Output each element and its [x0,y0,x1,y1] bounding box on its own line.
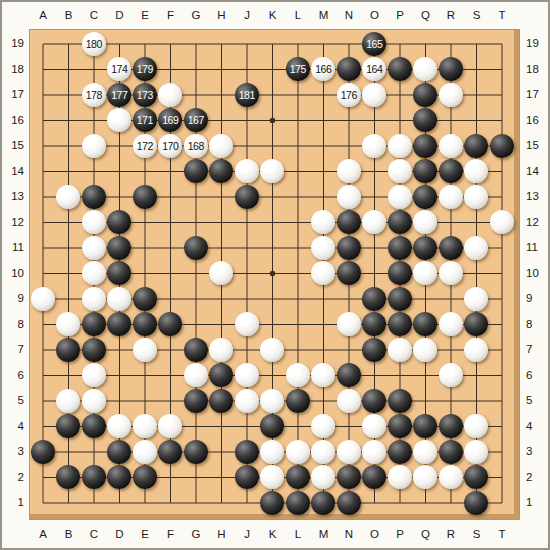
coord-number-left-2: 2 [4,472,24,484]
white-stone-P13 [388,185,412,209]
white-stone-O3 [362,440,386,464]
coord-letter-bottom-O: O [365,529,385,541]
coord-letter-top-F: F [161,10,181,22]
black-stone-H6 [209,363,233,387]
white-stone-M2 [311,465,335,489]
coord-number-right-14: 14 [526,166,546,178]
black-stone-Q13 [413,185,437,209]
white-stone-K14 [260,159,284,183]
go-game-screenshot: 1801651741791751661641781771731811761711… [0,0,550,550]
move-number-174: 174 [111,64,127,75]
white-stone-C17: 178 [82,83,106,107]
white-stone-Q10 [413,261,437,285]
coord-letter-bottom-N: N [339,529,359,541]
black-stone-S2 [464,465,488,489]
white-stone-E3 [133,440,157,464]
coord-number-left-18: 18 [4,64,24,76]
black-stone-B7 [56,338,80,362]
white-stone-O12 [362,210,386,234]
move-number-168: 168 [188,141,204,152]
black-stone-E13 [133,185,157,209]
move-number-167: 167 [188,115,204,126]
coord-letter-top-D: D [110,10,130,22]
white-stone-C19: 180 [82,32,106,56]
white-stone-M10 [311,261,335,285]
coord-letter-bottom-S: S [467,529,487,541]
black-stone-P9 [388,287,412,311]
coord-number-left-4: 4 [4,421,24,433]
white-stone-F17 [158,83,182,107]
move-number-176: 176 [341,90,357,101]
coord-number-right-18: 18 [526,64,546,76]
white-stone-S3 [464,440,488,464]
black-stone-R18 [439,57,463,81]
black-stone-L5 [286,389,310,413]
coord-letter-top-J: J [237,10,257,22]
coord-letter-top-G: G [186,10,206,22]
black-stone-J17: 181 [235,83,259,107]
coord-number-left-6: 6 [4,370,24,382]
white-stone-N8 [337,312,361,336]
white-stone-S4 [464,414,488,438]
black-stone-O5 [362,389,386,413]
coord-number-left-5: 5 [4,395,24,407]
white-stone-Q7 [413,338,437,362]
black-stone-G16: 167 [184,108,208,132]
coord-number-left-8: 8 [4,319,24,331]
white-stone-C5 [82,389,106,413]
white-stone-C11 [82,236,106,260]
coord-letter-top-O: O [365,10,385,22]
coord-letter-bottom-D: D [110,529,130,541]
white-stone-M3 [311,440,335,464]
black-stone-L2 [286,465,310,489]
black-stone-N18 [337,57,361,81]
white-stone-D16 [107,108,131,132]
coord-letter-bottom-F: F [161,529,181,541]
white-stone-G6 [184,363,208,387]
black-stone-J13 [235,185,259,209]
move-number-172: 172 [137,141,153,152]
black-stone-K1 [260,491,284,515]
black-stone-N10 [337,261,361,285]
white-stone-J8 [235,312,259,336]
white-stone-J6 [235,363,259,387]
white-stone-H7 [209,338,233,362]
black-stone-L1 [286,491,310,515]
black-stone-M1 [311,491,335,515]
black-stone-J2 [235,465,259,489]
white-stone-F15: 170 [158,134,182,158]
move-number-166: 166 [315,64,331,75]
move-number-171: 171 [137,115,153,126]
black-stone-D3 [107,440,131,464]
coord-letter-top-H: H [212,10,232,22]
coord-number-left-16: 16 [4,115,24,127]
coord-number-right-15: 15 [526,140,546,152]
black-stone-P12 [388,210,412,234]
coord-number-left-19: 19 [4,38,24,50]
black-stone-Q16 [413,108,437,132]
black-stone-T15 [490,134,514,158]
black-stone-R4 [439,414,463,438]
coord-number-left-13: 13 [4,191,24,203]
coord-number-right-5: 5 [526,395,546,407]
move-number-164: 164 [366,64,382,75]
go-board[interactable]: 1801651741791751661641781771731811761711… [29,29,520,520]
black-stone-G14 [184,159,208,183]
move-number-178: 178 [86,90,102,101]
white-stone-L3 [286,440,310,464]
move-number-165: 165 [366,39,382,50]
coord-number-right-11: 11 [526,242,546,254]
white-stone-G15: 168 [184,134,208,158]
coord-letter-bottom-M: M [314,529,334,541]
black-stone-P18 [388,57,412,81]
white-stone-D4 [107,414,131,438]
coord-number-left-17: 17 [4,89,24,101]
white-stone-R10 [439,261,463,285]
black-stone-P8 [388,312,412,336]
coord-number-right-16: 16 [526,115,546,127]
coord-number-right-10: 10 [526,268,546,280]
coord-letter-top-M: M [314,10,334,22]
black-stone-Q4 [413,414,437,438]
white-stone-N17: 176 [337,83,361,107]
coord-letter-bottom-T: T [492,529,512,541]
black-stone-D11 [107,236,131,260]
black-stone-O8 [362,312,386,336]
black-stone-P3 [388,440,412,464]
white-stone-R6 [439,363,463,387]
white-stone-N3 [337,440,361,464]
white-stone-O17 [362,83,386,107]
white-stone-D9 [107,287,131,311]
coord-number-left-1: 1 [4,497,24,509]
white-stone-K5 [260,389,284,413]
coord-letter-top-Q: Q [416,10,436,22]
black-stone-D12 [107,210,131,234]
white-stone-K2 [260,465,284,489]
white-stone-J5 [235,389,259,413]
black-stone-E16: 171 [133,108,157,132]
coord-letter-bottom-G: G [186,529,206,541]
white-stone-R8 [439,312,463,336]
black-stone-F8 [158,312,182,336]
coord-letter-bottom-E: E [135,529,155,541]
white-stone-R17 [439,83,463,107]
coord-number-left-14: 14 [4,166,24,178]
white-stone-N14 [337,159,361,183]
black-stone-D17: 177 [107,83,131,107]
white-stone-P14 [388,159,412,183]
black-stone-J3 [235,440,259,464]
black-stone-S15 [464,134,488,158]
coord-number-left-15: 15 [4,140,24,152]
white-stone-M11 [311,236,335,260]
coord-letter-bottom-P: P [390,529,410,541]
black-stone-B2 [56,465,80,489]
black-stone-O19: 165 [362,32,386,56]
black-stone-Q15 [413,134,437,158]
black-stone-D10 [107,261,131,285]
black-stone-B4 [56,414,80,438]
white-stone-E15: 172 [133,134,157,158]
coord-letter-top-B: B [59,10,79,22]
white-stone-P2 [388,465,412,489]
black-stone-G5 [184,389,208,413]
white-stone-T12 [490,210,514,234]
white-stone-S9 [464,287,488,311]
black-stone-L18: 175 [286,57,310,81]
black-stone-N6 [337,363,361,387]
black-stone-P5 [388,389,412,413]
white-stone-R13 [439,185,463,209]
black-stone-R11 [439,236,463,260]
black-stone-O2 [362,465,386,489]
coord-letter-bottom-Q: Q [416,529,436,541]
black-stone-C13 [82,185,106,209]
black-stone-N2 [337,465,361,489]
move-number-177: 177 [111,90,127,101]
white-stone-S11 [464,236,488,260]
coord-number-right-7: 7 [526,344,546,356]
black-stone-G3 [184,440,208,464]
coord-letter-bottom-H: H [212,529,232,541]
coord-letter-bottom-K: K [263,529,283,541]
white-stone-S7 [464,338,488,362]
white-stone-O18: 164 [362,57,386,81]
white-stone-Q2 [413,465,437,489]
black-stone-N12 [337,210,361,234]
coord-number-left-11: 11 [4,242,24,254]
white-stone-L6 [286,363,310,387]
black-stone-P4 [388,414,412,438]
coord-letter-bottom-J: J [237,529,257,541]
white-stone-H15 [209,134,233,158]
coord-letter-top-T: T [492,10,512,22]
coord-letter-top-K: K [263,10,283,22]
coord-letter-bottom-B: B [59,529,79,541]
white-stone-R15 [439,134,463,158]
white-stone-Q18 [413,57,437,81]
white-stone-N13 [337,185,361,209]
black-stone-A3 [31,440,55,464]
white-stone-Q12 [413,210,437,234]
coord-number-right-4: 4 [526,421,546,433]
white-stone-P15 [388,134,412,158]
white-stone-B8 [56,312,80,336]
coord-letter-top-P: P [390,10,410,22]
coord-letter-top-N: N [339,10,359,22]
black-stone-F3 [158,440,182,464]
white-stone-C15 [82,134,106,158]
coord-letter-bottom-A: A [33,529,53,541]
black-stone-E8 [133,312,157,336]
coord-letter-top-C: C [84,10,104,22]
coord-number-right-13: 13 [526,191,546,203]
coord-number-left-3: 3 [4,446,24,458]
coord-number-right-3: 3 [526,446,546,458]
white-stone-A9 [31,287,55,311]
coord-number-left-12: 12 [4,217,24,229]
coord-number-right-17: 17 [526,89,546,101]
black-stone-E17: 173 [133,83,157,107]
white-stone-M18: 166 [311,57,335,81]
move-number-180: 180 [86,39,102,50]
coord-number-right-12: 12 [526,217,546,229]
white-stone-N5 [337,389,361,413]
coord-letter-top-L: L [288,10,308,22]
stones-layer: 1801651741791751661641781771731811761711… [30,31,515,516]
coord-number-left-9: 9 [4,293,24,305]
coord-letter-top-A: A [33,10,53,22]
black-stone-O9 [362,287,386,311]
white-stone-M12 [311,210,335,234]
coord-number-left-7: 7 [4,344,24,356]
black-stone-N11 [337,236,361,260]
coord-letter-top-E: E [135,10,155,22]
white-stone-S13 [464,185,488,209]
move-number-173: 173 [137,90,153,101]
white-stone-M4 [311,414,335,438]
coord-letter-top-R: R [441,10,461,22]
black-stone-S8 [464,312,488,336]
coord-number-right-9: 9 [526,293,546,305]
coord-number-right-2: 2 [526,472,546,484]
white-stone-B13 [56,185,80,209]
black-stone-C2 [82,465,106,489]
move-number-175: 175 [290,64,306,75]
black-stone-H14 [209,159,233,183]
coord-letter-bottom-R: R [441,529,461,541]
black-stone-H5 [209,389,233,413]
white-stone-C10 [82,261,106,285]
white-stone-C9 [82,287,106,311]
move-number-179: 179 [137,64,153,75]
white-stone-R2 [439,465,463,489]
move-number-170: 170 [162,141,178,152]
black-stone-Q11 [413,236,437,260]
black-stone-K4 [260,414,284,438]
coord-letter-top-S: S [467,10,487,22]
black-stone-O7 [362,338,386,362]
black-stone-R14 [439,159,463,183]
white-stone-M6 [311,363,335,387]
white-stone-O15 [362,134,386,158]
white-stone-F4 [158,414,182,438]
white-stone-K3 [260,440,284,464]
move-number-181: 181 [239,90,255,101]
white-stone-B5 [56,389,80,413]
coord-number-right-8: 8 [526,319,546,331]
move-number-169: 169 [162,115,178,126]
black-stone-C4 [82,414,106,438]
black-stone-S1 [464,491,488,515]
white-stone-H10 [209,261,233,285]
black-stone-D8 [107,312,131,336]
white-stone-P7 [388,338,412,362]
black-stone-E9 [133,287,157,311]
black-stone-G7 [184,338,208,362]
white-stone-E7 [133,338,157,362]
white-stone-C12 [82,210,106,234]
coord-number-right-6: 6 [526,370,546,382]
white-stone-E4 [133,414,157,438]
black-stone-P10 [388,261,412,285]
black-stone-D2 [107,465,131,489]
black-stone-C8 [82,312,106,336]
coord-letter-bottom-C: C [84,529,104,541]
white-stone-O4 [362,414,386,438]
coord-number-right-19: 19 [526,38,546,50]
black-stone-R3 [439,440,463,464]
black-stone-C7 [82,338,106,362]
black-stone-E18: 179 [133,57,157,81]
black-stone-Q8 [413,312,437,336]
black-stone-E2 [133,465,157,489]
black-stone-N1 [337,491,361,515]
white-stone-S14 [464,159,488,183]
black-stone-Q17 [413,83,437,107]
black-stone-G11 [184,236,208,260]
coord-number-right-1: 1 [526,497,546,509]
coord-letter-bottom-L: L [288,529,308,541]
white-stone-C6 [82,363,106,387]
black-stone-Q14 [413,159,437,183]
white-stone-K7 [260,338,284,362]
black-stone-P11 [388,236,412,260]
black-stone-F16: 169 [158,108,182,132]
white-stone-D18: 174 [107,57,131,81]
white-stone-Q3 [413,440,437,464]
white-stone-J14 [235,159,259,183]
coord-number-left-10: 10 [4,268,24,280]
